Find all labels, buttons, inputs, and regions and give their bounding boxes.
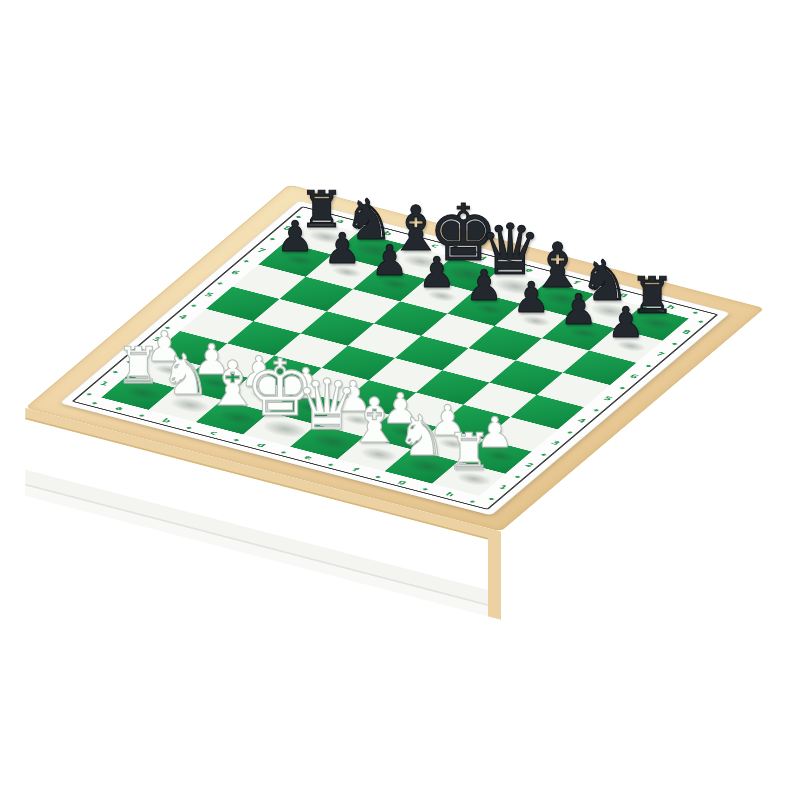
black-pawn-glyph: ♟: [607, 298, 645, 348]
piece-black-pawn-h7[interactable]: ♟: [566, 298, 686, 348]
white-rook-glyph: ♜: [446, 423, 491, 481]
piece-white-rook-h1[interactable]: ♜: [409, 423, 529, 481]
pieces-layer: ♜♞♟♝♟♚♟♛♟♝♟♞♟♜♟♟♟♟♜♟♞♟♝♟♚♟♛♟♝♟♞♜: [0, 0, 800, 800]
product-photo: aabbccddeeffgghh1122334455667788 ♜♞♟♝♟♚♟…: [0, 0, 800, 800]
